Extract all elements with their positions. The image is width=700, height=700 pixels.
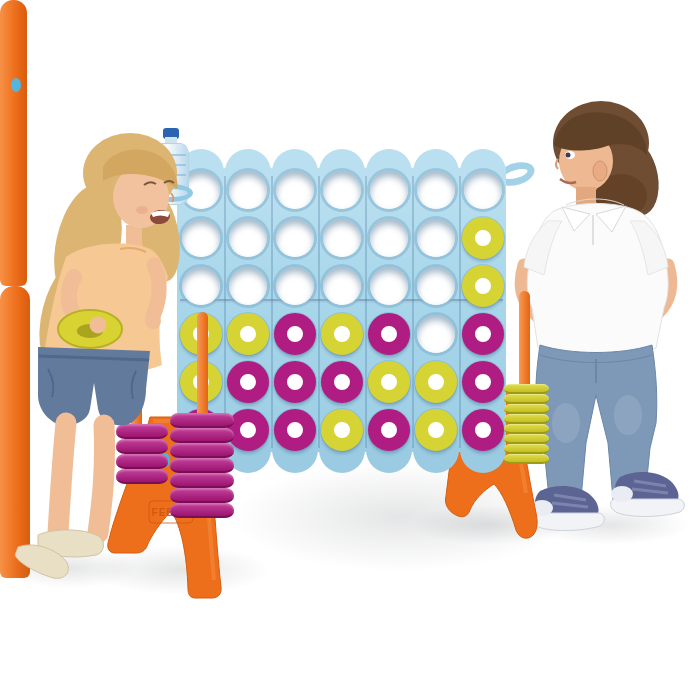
- stored-ring-yellow[interactable]: [504, 444, 549, 454]
- cell-r2c6[interactable]: [412, 214, 459, 262]
- cell-r3c5[interactable]: [365, 262, 412, 310]
- disc-yellow[interactable]: [227, 313, 269, 355]
- empty-hole: [229, 171, 267, 209]
- boy-eye: [566, 153, 571, 158]
- disc-magenta[interactable]: [274, 409, 316, 451]
- cell-r5c5[interactable]: [365, 358, 412, 406]
- disc-yellow[interactable]: [415, 409, 457, 451]
- empty-hole: [464, 171, 502, 209]
- storage-pole-right: [519, 291, 530, 391]
- cell-r1c6[interactable]: [412, 166, 459, 214]
- girl-hand-on-pole: [145, 313, 161, 329]
- stored-ring-yellow[interactable]: [504, 394, 549, 404]
- boy-ear: [593, 161, 607, 181]
- cell-r4c4[interactable]: [318, 310, 365, 358]
- cell-r5c4[interactable]: [318, 358, 365, 406]
- cell-r5c7[interactable]: [459, 358, 506, 406]
- disc-yellow[interactable]: [462, 217, 504, 259]
- cell-r5c3[interactable]: [271, 358, 318, 406]
- empty-hole: [370, 219, 408, 257]
- disc-magenta[interactable]: [274, 361, 316, 403]
- disc-magenta[interactable]: [368, 409, 410, 451]
- stored-ring-yellow[interactable]: [504, 454, 549, 464]
- cell-r1c5[interactable]: [365, 166, 412, 214]
- cell-r4c5[interactable]: [365, 310, 412, 358]
- cell-r6c4[interactable]: [318, 406, 365, 454]
- cell-r6c5[interactable]: [365, 406, 412, 454]
- empty-hole: [323, 171, 361, 209]
- cell-r2c3[interactable]: [271, 214, 318, 262]
- cell-r2c5[interactable]: [365, 214, 412, 262]
- empty-hole: [229, 219, 267, 257]
- empty-hole: [370, 171, 408, 209]
- disc-magenta[interactable]: [227, 361, 269, 403]
- cell-r2c2[interactable]: [224, 214, 271, 262]
- cell-r1c3[interactable]: [271, 166, 318, 214]
- cell-r6c6[interactable]: [412, 406, 459, 454]
- cell-r3c3[interactable]: [271, 262, 318, 310]
- girl-nose: [171, 193, 173, 202]
- cell-r1c2[interactable]: [224, 166, 271, 214]
- empty-hole: [229, 267, 267, 305]
- disc-yellow[interactable]: [415, 361, 457, 403]
- disc-yellow[interactable]: [462, 265, 504, 307]
- empty-hole: [417, 315, 455, 353]
- cell-r3c4[interactable]: [318, 262, 365, 310]
- stored-ring-yellow[interactable]: [504, 404, 549, 414]
- cell-r2c4[interactable]: [318, 214, 365, 262]
- cell-r5c6[interactable]: [412, 358, 459, 406]
- cell-r4c7[interactable]: [459, 310, 506, 358]
- empty-hole: [323, 219, 361, 257]
- girl-figure: [8, 125, 208, 590]
- cell-r6c7[interactable]: [459, 406, 506, 454]
- cell-r4c2[interactable]: [224, 310, 271, 358]
- girl-hand-holding-ring: [90, 317, 107, 334]
- empty-hole: [276, 267, 314, 305]
- empty-hole: [417, 171, 455, 209]
- scene-giant-connect-four: FEBER: [0, 0, 700, 700]
- cell-r3c7[interactable]: [459, 262, 506, 310]
- cell-r4c6[interactable]: [412, 310, 459, 358]
- disc-magenta[interactable]: [321, 361, 363, 403]
- empty-hole: [276, 171, 314, 209]
- disc-magenta[interactable]: [462, 409, 504, 451]
- boy-nose: [556, 159, 558, 169]
- cell-r3c6[interactable]: [412, 262, 459, 310]
- ring-stack-right: [504, 384, 549, 464]
- disc-magenta[interactable]: [274, 313, 316, 355]
- disc-yellow[interactable]: [321, 409, 363, 451]
- cell-r3c2[interactable]: [224, 262, 271, 310]
- stored-ring-yellow[interactable]: [504, 414, 549, 424]
- post-button: [11, 78, 21, 92]
- empty-hole: [370, 267, 408, 305]
- cell-r6c3[interactable]: [271, 406, 318, 454]
- disc-yellow[interactable]: [368, 361, 410, 403]
- disc-magenta[interactable]: [462, 361, 504, 403]
- stored-ring-yellow[interactable]: [504, 434, 549, 444]
- cell-r2c7[interactable]: [459, 214, 506, 262]
- empty-hole: [417, 267, 455, 305]
- cell-r4c3[interactable]: [271, 310, 318, 358]
- cell-r5c2[interactable]: [224, 358, 271, 406]
- cell-r1c4[interactable]: [318, 166, 365, 214]
- board-grid: [177, 166, 506, 454]
- stored-ring-yellow[interactable]: [504, 424, 549, 434]
- disc-magenta[interactable]: [462, 313, 504, 355]
- cell-r1c7[interactable]: [459, 166, 506, 214]
- empty-hole: [276, 219, 314, 257]
- girl-held-yellow-ring[interactable]: [58, 310, 122, 348]
- stored-ring-yellow[interactable]: [504, 384, 549, 394]
- disc-magenta[interactable]: [368, 313, 410, 355]
- boy-sneaker-right: [610, 472, 684, 517]
- empty-hole: [417, 219, 455, 257]
- disc-yellow[interactable]: [321, 313, 363, 355]
- empty-hole: [323, 267, 361, 305]
